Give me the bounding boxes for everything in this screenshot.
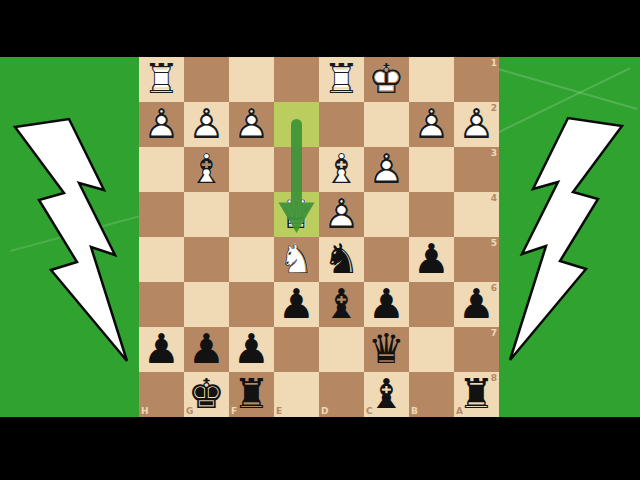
square-c7[interactable]: ♛︎ (364, 327, 409, 372)
square-b6[interactable] (409, 282, 454, 327)
square-e3[interactable] (274, 147, 319, 192)
piece-white-knight: ♞︎♘︎ (274, 237, 319, 282)
square-g4[interactable] (184, 192, 229, 237)
square-c1[interactable]: ♚︎♔︎ (364, 57, 409, 102)
square-c3[interactable]: ♟︎♙︎ (364, 147, 409, 192)
square-f7[interactable]: ♟︎ (229, 327, 274, 372)
square-b2[interactable]: ♟︎♙︎ (409, 102, 454, 147)
square-a3[interactable]: 3 (454, 147, 499, 192)
rank-label-4: 4 (491, 193, 497, 203)
piece-black-pawn: ♟︎ (364, 282, 409, 327)
piece-white-king: ♚︎♔︎ (364, 57, 409, 102)
square-f1[interactable] (229, 57, 274, 102)
square-f5[interactable] (229, 237, 274, 282)
square-a6[interactable]: ♟︎6 (454, 282, 499, 327)
square-h2[interactable]: ♟︎♙︎ (139, 102, 184, 147)
rank-label-2: 2 (491, 103, 497, 113)
piece-white-pawn: ♟︎♙︎ (364, 147, 409, 192)
piece-white-pawn: ♟︎♙︎ (229, 102, 274, 147)
piece-black-pawn: ♟︎ (229, 327, 274, 372)
lightning-bolt-right (507, 114, 629, 364)
square-f8[interactable]: ♜︎F (229, 372, 274, 417)
file-label-d: D (321, 406, 328, 416)
square-g6[interactable] (184, 282, 229, 327)
piece-black-pawn: ♟︎ (274, 282, 319, 327)
square-c4[interactable] (364, 192, 409, 237)
square-c8[interactable]: ♝︎C (364, 372, 409, 417)
square-a4[interactable]: 4 (454, 192, 499, 237)
square-d4[interactable]: ♟︎♙︎ (319, 192, 364, 237)
lightning-bolt-left (8, 115, 130, 365)
square-d7[interactable] (319, 327, 364, 372)
square-h4[interactable] (139, 192, 184, 237)
piece-white-bishop: ♝︎♗︎ (184, 147, 229, 192)
piece-black-pawn: ♟︎ (184, 327, 229, 372)
video-frame: ♜︎♖︎♜︎♖︎♚︎♔︎1♟︎♙︎♟︎♙︎♟︎♙︎♟︎♙︎♟︎♙︎2♝︎♗︎♝︎… (0, 0, 640, 480)
piece-black-queen: ♛︎ (364, 327, 409, 372)
piece-black-pawn: ♟︎ (409, 237, 454, 282)
rank-label-7: 7 (491, 328, 497, 338)
square-h8[interactable]: H (139, 372, 184, 417)
file-label-h: H (141, 406, 149, 416)
rank-label-5: 5 (491, 238, 497, 248)
square-h3[interactable] (139, 147, 184, 192)
letterbox-top (0, 0, 640, 57)
rank-label-1: 1 (491, 58, 497, 68)
file-label-f: F (231, 406, 237, 416)
square-d8[interactable]: D (319, 372, 364, 417)
square-f2[interactable]: ♟︎♙︎ (229, 102, 274, 147)
square-b8[interactable]: B (409, 372, 454, 417)
square-e8[interactable]: E (274, 372, 319, 417)
square-e4[interactable]: ♛︎♕︎ (274, 192, 319, 237)
green-screen-background: ♜︎♖︎♜︎♖︎♚︎♔︎1♟︎♙︎♟︎♙︎♟︎♙︎♟︎♙︎♟︎♙︎2♝︎♗︎♝︎… (0, 57, 640, 417)
file-label-e: E (276, 406, 282, 416)
square-b3[interactable] (409, 147, 454, 192)
chess-board: ♜︎♖︎♜︎♖︎♚︎♔︎1♟︎♙︎♟︎♙︎♟︎♙︎♟︎♙︎♟︎♙︎2♝︎♗︎♝︎… (139, 57, 499, 417)
file-label-g: G (186, 406, 193, 416)
square-a2[interactable]: ♟︎♙︎2 (454, 102, 499, 147)
square-h1[interactable]: ♜︎♖︎ (139, 57, 184, 102)
square-g7[interactable]: ♟︎ (184, 327, 229, 372)
piece-black-bishop: ♝︎ (319, 282, 364, 327)
square-g3[interactable]: ♝︎♗︎ (184, 147, 229, 192)
square-f3[interactable] (229, 147, 274, 192)
piece-white-pawn: ♟︎♙︎ (184, 102, 229, 147)
square-f6[interactable] (229, 282, 274, 327)
rank-label-8: 8 (491, 373, 497, 383)
square-a5[interactable]: 5 (454, 237, 499, 282)
rank-label-3: 3 (491, 148, 497, 158)
piece-black-pawn: ♟︎ (139, 327, 184, 372)
square-e1[interactable] (274, 57, 319, 102)
piece-white-queen: ♛︎♕︎ (274, 192, 319, 237)
square-b1[interactable] (409, 57, 454, 102)
square-g8[interactable]: ♚︎G (184, 372, 229, 417)
piece-white-pawn: ♟︎♙︎ (319, 192, 364, 237)
square-c2[interactable] (364, 102, 409, 147)
square-c6[interactable]: ♟︎ (364, 282, 409, 327)
square-h5[interactable] (139, 237, 184, 282)
square-d5[interactable]: ♞︎ (319, 237, 364, 282)
square-e7[interactable] (274, 327, 319, 372)
square-c5[interactable] (364, 237, 409, 282)
piece-white-bishop: ♝︎♗︎ (319, 147, 364, 192)
piece-white-pawn: ♟︎♙︎ (139, 102, 184, 147)
square-a8[interactable]: ♜︎8A (454, 372, 499, 417)
square-g5[interactable] (184, 237, 229, 282)
square-h7[interactable]: ♟︎ (139, 327, 184, 372)
square-b5[interactable]: ♟︎ (409, 237, 454, 282)
square-a1[interactable]: 1 (454, 57, 499, 102)
square-b7[interactable] (409, 327, 454, 372)
letterbox-bottom (0, 417, 640, 480)
square-a7[interactable]: 7 (454, 327, 499, 372)
square-d3[interactable]: ♝︎♗︎ (319, 147, 364, 192)
piece-white-pawn: ♟︎♙︎ (409, 102, 454, 147)
square-h6[interactable] (139, 282, 184, 327)
square-e5[interactable]: ♞︎♘︎ (274, 237, 319, 282)
rank-label-6: 6 (491, 283, 497, 293)
piece-white-rook: ♜︎♖︎ (319, 57, 364, 102)
square-e6[interactable]: ♟︎ (274, 282, 319, 327)
square-f4[interactable] (229, 192, 274, 237)
square-e2[interactable] (274, 102, 319, 147)
square-b4[interactable] (409, 192, 454, 237)
piece-black-knight: ♞︎ (319, 237, 364, 282)
square-d2[interactable] (319, 102, 364, 147)
square-g2[interactable]: ♟︎♙︎ (184, 102, 229, 147)
square-d1[interactable]: ♜︎♖︎ (319, 57, 364, 102)
square-d6[interactable]: ♝︎ (319, 282, 364, 327)
piece-white-rook: ♜︎♖︎ (139, 57, 184, 102)
square-g1[interactable] (184, 57, 229, 102)
file-label-a: A (456, 406, 463, 416)
file-label-c: C (366, 406, 373, 416)
file-label-b: B (411, 406, 418, 416)
